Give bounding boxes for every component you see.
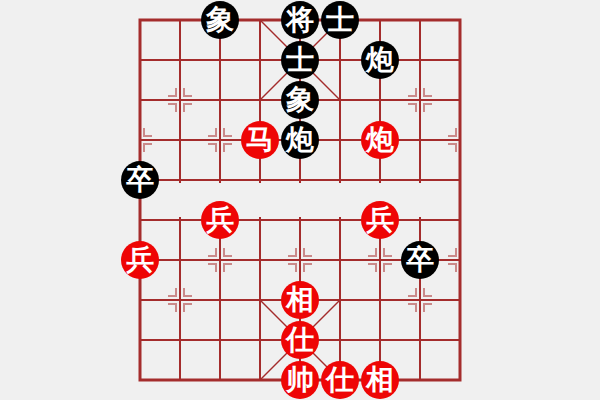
piece-black-elephant[interactable]: 象	[281, 81, 319, 119]
piece-red-advisor[interactable]: 仕	[321, 361, 359, 399]
piece-black-advisor[interactable]: 士	[321, 1, 359, 39]
piece-red-advisor[interactable]: 仕	[281, 321, 319, 359]
piece-red-elephant[interactable]: 相	[361, 361, 399, 399]
piece-red-elephant[interactable]: 相	[281, 281, 319, 319]
piece-black-soldier[interactable]: 卒	[121, 161, 159, 199]
piece-red-general[interactable]: 帅	[281, 361, 319, 399]
piece-black-general[interactable]: 将	[281, 1, 319, 39]
xiangqi-app: 象将士士炮象马炮炮卒兵兵兵卒相仕帅仕相	[0, 0, 600, 400]
piece-black-advisor[interactable]: 士	[281, 41, 319, 79]
piece-red-cannon[interactable]: 炮	[361, 121, 399, 159]
piece-black-elephant[interactable]: 象	[201, 1, 239, 39]
piece-black-cannon[interactable]: 炮	[281, 121, 319, 159]
piece-black-cannon[interactable]: 炮	[361, 41, 399, 79]
piece-black-soldier[interactable]: 卒	[401, 241, 439, 279]
piece-red-soldier[interactable]: 兵	[121, 241, 159, 279]
piece-red-soldier[interactable]: 兵	[201, 201, 239, 239]
piece-red-horse[interactable]: 马	[241, 121, 279, 159]
piece-red-soldier[interactable]: 兵	[361, 201, 399, 239]
xiangqi-board: 象将士士炮象马炮炮卒兵兵兵卒相仕帅仕相	[120, 0, 480, 400]
